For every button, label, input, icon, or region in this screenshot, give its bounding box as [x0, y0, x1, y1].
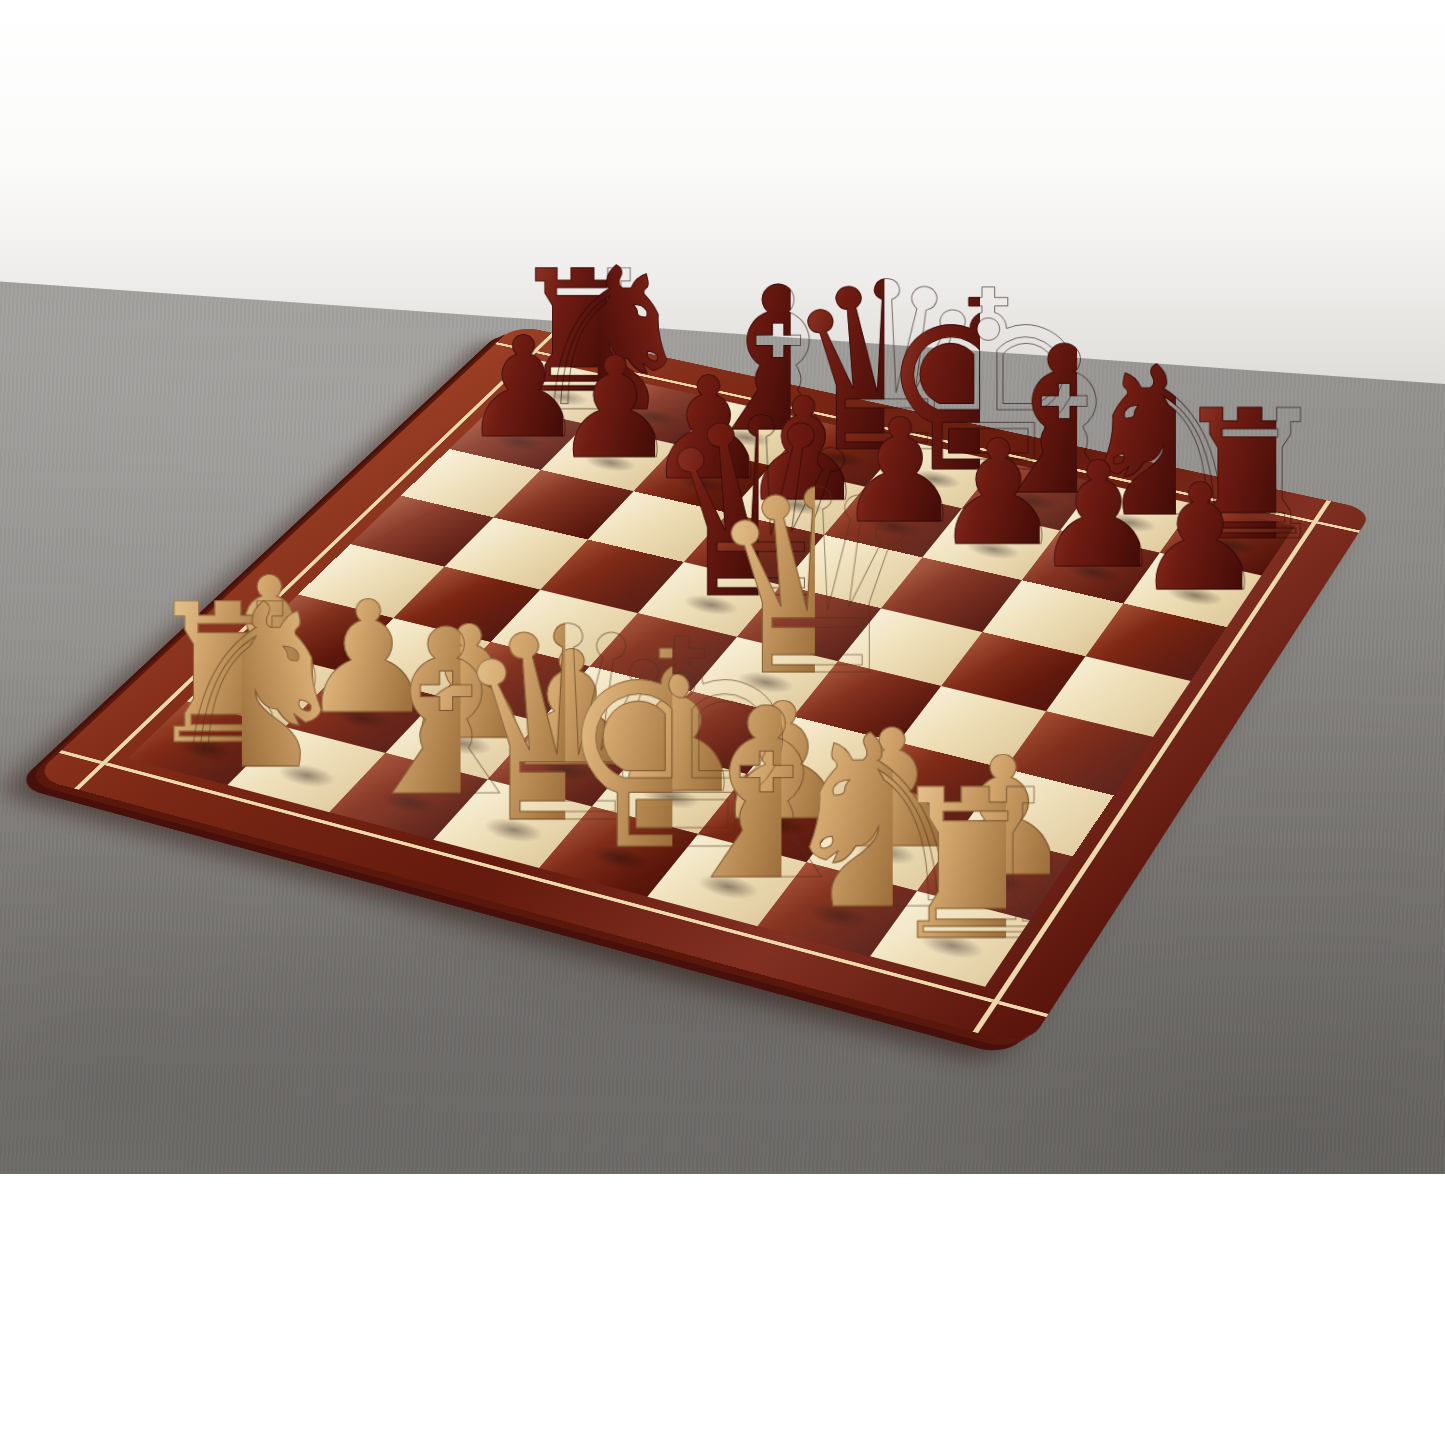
white-bishop-f1[interactable]: ♝	[660, 703, 780, 887]
square-h7[interactable]: ♟	[1123, 552, 1261, 626]
red-pawn-g7[interactable]: ♟	[1032, 458, 1139, 572]
scene: ♜♞♝♛♚♝♞♜♟♟♟♟♟♟♟♟♛♛♟♟♟♟♟♟♟♟♜♞♝♛♚♝♞♜	[0, 0, 1445, 1445]
white-queen-d1[interactable]: ♛	[447, 621, 565, 830]
white-bishop-c1[interactable]: ♝	[343, 625, 460, 803]
red-pawn-f7[interactable]: ♟	[933, 437, 1039, 550]
white-knight-g1[interactable]: ♞	[770, 731, 892, 917]
red-pawn-a7[interactable]: ♟	[461, 334, 563, 442]
white-knight-b1[interactable]: ♞	[241, 599, 357, 776]
red-pawn-h7[interactable]: ♟	[1134, 480, 1242, 595]
red-pawn-b7[interactable]: ♟	[552, 353, 655, 462]
white-rook-h1[interactable]: ♜	[883, 785, 1006, 946]
white-king-e1[interactable]: ♚	[552, 634, 671, 858]
